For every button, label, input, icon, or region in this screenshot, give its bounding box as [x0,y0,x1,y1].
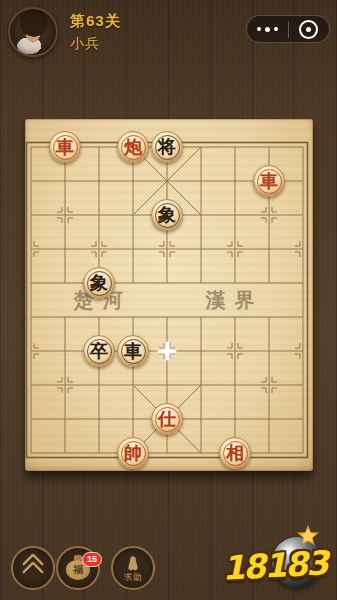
xiangqi-board[interactable]: 楚河 漢界 車炮将車象象卒車仕帥相 [25,119,313,471]
opponent-label: 小兵 [70,35,100,53]
more-button[interactable] [247,16,288,42]
praying-hands-icon [128,556,138,570]
piece-red-車[interactable]: 車 [253,165,285,197]
help-label: 求助 [124,572,143,584]
exit-button[interactable] [289,16,330,42]
piece-red-帥[interactable]: 帥 [117,437,149,469]
help-button[interactable]: 求助 [111,546,155,590]
piece-black-象[interactable]: 象 [83,267,115,299]
reward-button[interactable]: 福 15 [56,546,100,590]
piece-red-車[interactable]: 車 [49,131,81,163]
more-dots-icon [257,27,278,32]
reward-count-badge: 15 [82,552,102,567]
piece-black-将[interactable]: 将 [151,131,183,163]
money-bag-icon: 福 15 [66,560,90,580]
circle-dot-icon [299,20,318,39]
piece-black-車[interactable]: 車 [117,335,149,367]
level-label: 第63关 [70,12,121,31]
piece-red-仕[interactable]: 仕 [151,403,183,435]
watermark-logo: 18183 [221,543,328,587]
piece-black-象[interactable]: 象 [151,199,183,231]
menu-button[interactable] [11,546,55,590]
xiangqi-app-screen: 第63关 小兵 楚河 漢界 車炮将車象象卒車仕帥相 福 15 求助 18183 [0,0,337,600]
piece-red-相[interactable]: 相 [219,437,251,469]
move-cursor [158,342,176,360]
piece-black-卒[interactable]: 卒 [83,335,115,367]
river-label-right: 漢界 [190,285,270,315]
miniprogram-capsule [246,15,330,43]
avatar [8,7,58,57]
piece-red-炮[interactable]: 炮 [117,131,149,163]
